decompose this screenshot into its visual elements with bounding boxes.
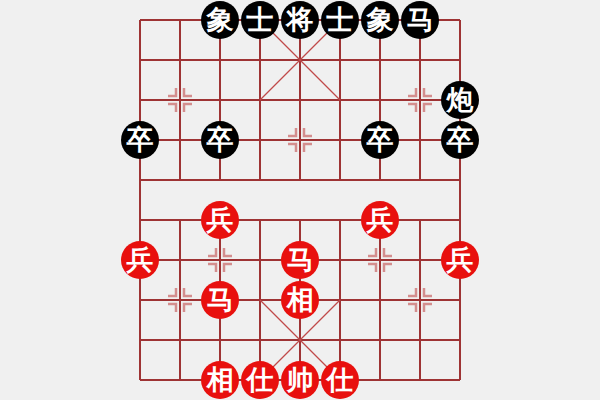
piece-red-horse[interactable]: 马 <box>201 281 239 319</box>
point-1-4[interactable] <box>160 160 200 200</box>
point-8-7[interactable] <box>440 280 480 320</box>
point-5-5[interactable] <box>320 200 360 240</box>
point-0-1[interactable] <box>120 40 160 80</box>
point-1-5[interactable] <box>160 200 200 240</box>
point-4-2[interactable] <box>280 80 320 120</box>
point-2-5[interactable]: 兵 <box>200 200 240 240</box>
point-1-7[interactable] <box>160 280 200 320</box>
point-5-8[interactable] <box>320 320 360 360</box>
point-3-3[interactable] <box>240 120 280 160</box>
point-8-5[interactable] <box>440 200 480 240</box>
piece-black-general[interactable]: 将 <box>281 1 319 39</box>
point-8-9[interactable] <box>440 360 480 400</box>
piece-black-elephant[interactable]: 象 <box>361 1 399 39</box>
point-2-9[interactable]: 相 <box>200 360 240 400</box>
point-4-0[interactable]: 将 <box>280 0 320 40</box>
point-8-6[interactable]: 兵 <box>440 240 480 280</box>
point-5-0[interactable]: 士 <box>320 0 360 40</box>
board-grid: 象士将士象马炮卒卒卒卒兵兵兵马兵马相相仕帅仕 <box>120 0 480 400</box>
point-6-4[interactable] <box>360 160 400 200</box>
point-8-0[interactable] <box>440 0 480 40</box>
point-3-0[interactable]: 士 <box>240 0 280 40</box>
point-2-7[interactable]: 马 <box>200 280 240 320</box>
piece-black-advisor[interactable]: 士 <box>321 1 359 39</box>
point-7-9[interactable] <box>400 360 440 400</box>
point-3-7[interactable] <box>240 280 280 320</box>
piece-black-horse[interactable]: 马 <box>401 1 439 39</box>
piece-red-soldier[interactable]: 兵 <box>121 241 159 279</box>
piece-red-elephant[interactable]: 相 <box>201 361 239 399</box>
piece-red-soldier[interactable]: 兵 <box>441 241 479 279</box>
point-2-1[interactable] <box>200 40 240 80</box>
point-4-1[interactable] <box>280 40 320 80</box>
point-7-0[interactable]: 马 <box>400 0 440 40</box>
point-1-9[interactable] <box>160 360 200 400</box>
point-5-2[interactable] <box>320 80 360 120</box>
point-0-3[interactable]: 卒 <box>120 120 160 160</box>
point-2-0[interactable]: 象 <box>200 0 240 40</box>
point-7-6[interactable] <box>400 240 440 280</box>
point-0-6[interactable]: 兵 <box>120 240 160 280</box>
piece-red-horse[interactable]: 马 <box>281 241 319 279</box>
point-8-4[interactable] <box>440 160 480 200</box>
point-7-7[interactable] <box>400 280 440 320</box>
point-4-3[interactable] <box>280 120 320 160</box>
point-8-3[interactable]: 卒 <box>440 120 480 160</box>
piece-black-soldier[interactable]: 卒 <box>201 121 239 159</box>
point-4-6[interactable]: 马 <box>280 240 320 280</box>
point-7-5[interactable] <box>400 200 440 240</box>
piece-black-cannon[interactable]: 炮 <box>441 81 479 119</box>
point-1-3[interactable] <box>160 120 200 160</box>
point-3-6[interactable] <box>240 240 280 280</box>
piece-black-soldier[interactable]: 卒 <box>441 121 479 159</box>
point-6-2[interactable] <box>360 80 400 120</box>
point-5-7[interactable] <box>320 280 360 320</box>
point-6-5[interactable]: 兵 <box>360 200 400 240</box>
point-8-2[interactable]: 炮 <box>440 80 480 120</box>
piece-red-elephant[interactable]: 相 <box>281 281 319 319</box>
point-1-1[interactable] <box>160 40 200 80</box>
point-4-9[interactable]: 帅 <box>280 360 320 400</box>
point-0-0[interactable] <box>120 0 160 40</box>
point-6-7[interactable] <box>360 280 400 320</box>
point-0-2[interactable] <box>120 80 160 120</box>
point-3-9[interactable]: 仕 <box>240 360 280 400</box>
point-7-1[interactable] <box>400 40 440 80</box>
point-4-5[interactable] <box>280 200 320 240</box>
piece-black-advisor[interactable]: 士 <box>241 1 279 39</box>
point-8-1[interactable] <box>440 40 480 80</box>
piece-black-elephant[interactable]: 象 <box>201 1 239 39</box>
piece-red-advisor[interactable]: 仕 <box>321 361 359 399</box>
point-5-1[interactable] <box>320 40 360 80</box>
point-3-5[interactable] <box>240 200 280 240</box>
point-6-0[interactable]: 象 <box>360 0 400 40</box>
point-2-8[interactable] <box>200 320 240 360</box>
point-2-6[interactable] <box>200 240 240 280</box>
point-4-7[interactable]: 相 <box>280 280 320 320</box>
point-0-8[interactable] <box>120 320 160 360</box>
piece-red-general[interactable]: 帅 <box>281 361 319 399</box>
point-3-1[interactable] <box>240 40 280 80</box>
point-2-3[interactable]: 卒 <box>200 120 240 160</box>
xiangqi-board: 象士将士象马炮卒卒卒卒兵兵兵马兵马相相仕帅仕 <box>0 0 600 400</box>
piece-black-soldier[interactable]: 卒 <box>121 121 159 159</box>
point-5-4[interactable] <box>320 160 360 200</box>
point-0-4[interactable] <box>120 160 160 200</box>
point-3-8[interactable] <box>240 320 280 360</box>
point-7-2[interactable] <box>400 80 440 120</box>
point-3-2[interactable] <box>240 80 280 120</box>
point-2-2[interactable] <box>200 80 240 120</box>
point-7-8[interactable] <box>400 320 440 360</box>
point-0-9[interactable] <box>120 360 160 400</box>
point-6-6[interactable] <box>360 240 400 280</box>
point-7-3[interactable] <box>400 120 440 160</box>
point-5-9[interactable]: 仕 <box>320 360 360 400</box>
point-5-3[interactable] <box>320 120 360 160</box>
point-1-0[interactable] <box>160 0 200 40</box>
point-6-9[interactable] <box>360 360 400 400</box>
point-6-1[interactable] <box>360 40 400 80</box>
piece-black-soldier[interactable]: 卒 <box>361 121 399 159</box>
point-6-8[interactable] <box>360 320 400 360</box>
point-0-5[interactable] <box>120 200 160 240</box>
point-7-4[interactable] <box>400 160 440 200</box>
point-1-8[interactable] <box>160 320 200 360</box>
point-6-3[interactable]: 卒 <box>360 120 400 160</box>
piece-red-soldier[interactable]: 兵 <box>201 201 239 239</box>
point-8-8[interactable] <box>440 320 480 360</box>
point-4-4[interactable] <box>280 160 320 200</box>
point-5-6[interactable] <box>320 240 360 280</box>
point-2-4[interactable] <box>200 160 240 200</box>
piece-red-advisor[interactable]: 仕 <box>241 361 279 399</box>
point-0-7[interactable] <box>120 280 160 320</box>
point-3-4[interactable] <box>240 160 280 200</box>
point-4-8[interactable] <box>280 320 320 360</box>
piece-red-soldier[interactable]: 兵 <box>361 201 399 239</box>
point-1-6[interactable] <box>160 240 200 280</box>
point-1-2[interactable] <box>160 80 200 120</box>
